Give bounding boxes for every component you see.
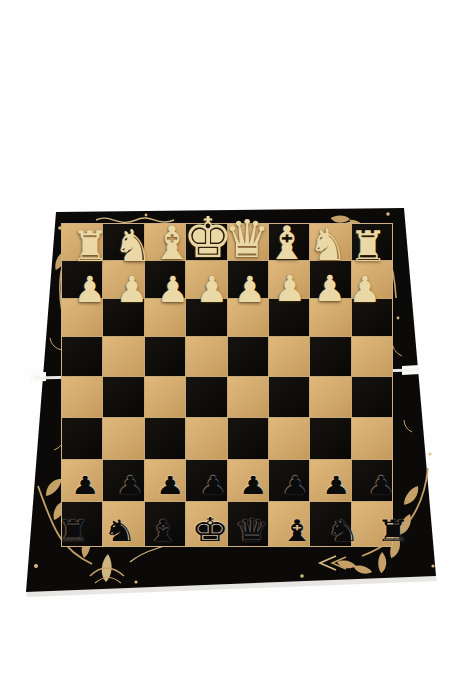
square-e5[interactable] — [186, 377, 226, 417]
piece-black-knight-g8[interactable]: ♞ — [103, 516, 137, 546]
piece-white-pawn-b2[interactable]: ♟ — [314, 271, 346, 307]
square-c4[interactable] — [269, 337, 309, 376]
square-b5[interactable] — [310, 377, 350, 417]
piece-white-rook-a1[interactable]: ♜ — [349, 226, 387, 268]
piece-black-pawn-a7[interactable]: ♟ — [367, 473, 396, 498]
piece-white-knight-b1[interactable]: ♞ — [308, 223, 347, 267]
square-a5[interactable] — [352, 377, 392, 417]
piece-black-pawn-b7[interactable]: ♟ — [322, 473, 351, 498]
piece-black-queen-d8[interactable]: ♛ — [234, 515, 270, 546]
piece-black-pawn-c7[interactable]: ♟ — [281, 473, 310, 498]
square-h5[interactable] — [62, 377, 102, 417]
piece-black-king-e8[interactable]: ♚ — [191, 513, 229, 546]
square-d4[interactable] — [228, 337, 268, 376]
piece-black-rook-a8[interactable]: ♜ — [376, 516, 410, 546]
square-c5[interactable] — [269, 377, 309, 417]
piece-white-pawn-c2[interactable]: ♟ — [274, 271, 306, 307]
square-h4[interactable] — [62, 337, 102, 376]
piece-black-bishop-f8[interactable]: ♝ — [146, 516, 180, 546]
square-f4[interactable] — [145, 337, 185, 376]
piece-black-knight-b8[interactable]: ♞ — [326, 516, 360, 546]
square-f5[interactable] — [145, 377, 185, 417]
square-d6[interactable] — [228, 418, 268, 459]
piece-black-rook-h8[interactable]: ♜ — [56, 516, 90, 546]
square-g6[interactable] — [103, 418, 143, 459]
piece-black-pawn-e7[interactable]: ♟ — [199, 473, 228, 498]
square-d5[interactable] — [228, 377, 268, 417]
piece-black-pawn-d7[interactable]: ♟ — [239, 473, 268, 498]
piece-black-pawn-f7[interactable]: ♟ — [156, 473, 185, 498]
piece-white-pawn-d2[interactable]: ♟ — [234, 272, 266, 308]
square-a6[interactable] — [352, 418, 392, 459]
piece-black-bishop-c8[interactable]: ♝ — [280, 516, 314, 546]
piece-white-queen-d1[interactable]: ♛ — [224, 213, 271, 265]
piece-black-pawn-h7[interactable]: ♟ — [71, 473, 100, 498]
square-e6[interactable] — [186, 418, 226, 459]
piece-white-pawn-a2[interactable]: ♟ — [349, 272, 381, 308]
piece-white-rook-h1[interactable]: ♜ — [71, 226, 109, 268]
piece-white-pawn-e2[interactable]: ♟ — [196, 272, 228, 308]
piece-white-bishop-c1[interactable]: ♝ — [266, 220, 307, 266]
square-c6[interactable] — [269, 418, 309, 459]
photo-stage: ♜♞♝♚♛♝♞♜♟♟♟♟♟♟♟♟♟♟♟♟♟♟♟♟♜♞♝♚♛♝♞♜ — [0, 0, 452, 700]
piece-black-pawn-g7[interactable]: ♟ — [116, 473, 145, 498]
piece-white-pawn-h2[interactable]: ♟ — [74, 272, 106, 308]
piece-white-pawn-g2[interactable]: ♟ — [116, 272, 148, 308]
square-b6[interactable] — [310, 418, 350, 459]
square-e4[interactable] — [186, 337, 226, 376]
piece-white-pawn-f2[interactable]: ♟ — [157, 272, 189, 308]
piece-white-knight-g1[interactable]: ♞ — [113, 224, 152, 268]
square-h6[interactable] — [62, 418, 102, 459]
square-f6[interactable] — [145, 418, 185, 459]
square-a4[interactable] — [352, 337, 392, 376]
square-g4[interactable] — [103, 337, 143, 376]
square-g5[interactable] — [103, 377, 143, 417]
square-b4[interactable] — [310, 337, 350, 376]
